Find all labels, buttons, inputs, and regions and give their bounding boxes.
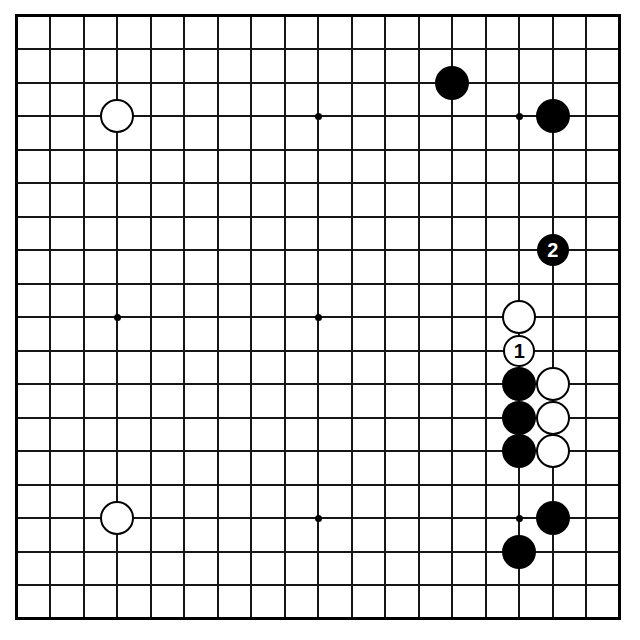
point-J4 xyxy=(268,502,302,536)
point-S19 xyxy=(570,0,604,33)
point-F9 xyxy=(168,334,202,368)
point-O7 xyxy=(436,401,470,435)
point-B4 xyxy=(34,502,68,536)
point-Q4 xyxy=(503,502,537,536)
point-R9 xyxy=(536,334,570,368)
point-D16 xyxy=(101,100,135,134)
point-A7 xyxy=(0,401,34,435)
point-M12 xyxy=(369,234,403,268)
point-B15 xyxy=(34,133,68,167)
point-B6 xyxy=(34,435,68,469)
point-S6 xyxy=(570,435,604,469)
point-K5 xyxy=(302,468,336,502)
point-J13 xyxy=(268,200,302,234)
point-L1 xyxy=(335,602,369,636)
point-C10 xyxy=(67,301,101,335)
point-C4 xyxy=(67,502,101,536)
point-E10 xyxy=(134,301,168,335)
point-F16 xyxy=(168,100,202,134)
point-N17 xyxy=(402,66,436,100)
point-S5 xyxy=(570,468,604,502)
point-N11 xyxy=(402,267,436,301)
point-G5 xyxy=(201,468,235,502)
point-E12 xyxy=(134,234,168,268)
point-T14 xyxy=(603,167,637,201)
point-E15 xyxy=(134,133,168,167)
point-C8 xyxy=(67,368,101,402)
point-S2 xyxy=(570,569,604,603)
point-J8 xyxy=(268,368,302,402)
point-H5 xyxy=(235,468,269,502)
point-E4 xyxy=(134,502,168,536)
point-S1 xyxy=(570,602,604,636)
point-H15 xyxy=(235,133,269,167)
point-G2 xyxy=(201,569,235,603)
point-K6 xyxy=(302,435,336,469)
point-F11 xyxy=(168,267,202,301)
point-B12 xyxy=(34,234,68,268)
point-L17 xyxy=(335,66,369,100)
point-M7 xyxy=(369,401,403,435)
black-stone xyxy=(502,434,536,468)
point-R4 xyxy=(536,502,570,536)
star-point-K4 xyxy=(315,515,322,522)
point-Q15 xyxy=(503,133,537,167)
point-M9 xyxy=(369,334,403,368)
point-O19 xyxy=(436,0,470,33)
point-M16 xyxy=(369,100,403,134)
point-S15 xyxy=(570,133,604,167)
point-R6 xyxy=(536,435,570,469)
point-R18 xyxy=(536,33,570,67)
point-R10 xyxy=(536,301,570,335)
point-L9 xyxy=(335,334,369,368)
point-S16 xyxy=(570,100,604,134)
point-J6 xyxy=(268,435,302,469)
point-D19 xyxy=(101,0,135,33)
point-N9 xyxy=(402,334,436,368)
point-A19 xyxy=(0,0,34,33)
point-T13 xyxy=(603,200,637,234)
point-S12 xyxy=(570,234,604,268)
point-E18 xyxy=(134,33,168,67)
point-L18 xyxy=(335,33,369,67)
point-E13 xyxy=(134,200,168,234)
point-L3 xyxy=(335,535,369,569)
point-C2 xyxy=(67,569,101,603)
point-F18 xyxy=(168,33,202,67)
point-K12 xyxy=(302,234,336,268)
point-F3 xyxy=(168,535,202,569)
point-P16 xyxy=(469,100,503,134)
point-F5 xyxy=(168,468,202,502)
point-T7 xyxy=(603,401,637,435)
point-D9 xyxy=(101,334,135,368)
point-H3 xyxy=(235,535,269,569)
point-N14 xyxy=(402,167,436,201)
point-O4 xyxy=(436,502,470,536)
point-N4 xyxy=(402,502,436,536)
point-L10 xyxy=(335,301,369,335)
point-F10 xyxy=(168,301,202,335)
black-stone xyxy=(536,501,570,535)
point-A6 xyxy=(0,435,34,469)
point-A3 xyxy=(0,535,34,569)
point-B1 xyxy=(34,602,68,636)
point-L12 xyxy=(335,234,369,268)
point-N18 xyxy=(402,33,436,67)
point-P7 xyxy=(469,401,503,435)
point-E3 xyxy=(134,535,168,569)
point-L14 xyxy=(335,167,369,201)
point-J1 xyxy=(268,602,302,636)
point-O5 xyxy=(436,468,470,502)
point-Q13 xyxy=(503,200,537,234)
point-D15 xyxy=(101,133,135,167)
point-E7 xyxy=(134,401,168,435)
point-M11 xyxy=(369,267,403,301)
point-P14 xyxy=(469,167,503,201)
point-P4 xyxy=(469,502,503,536)
point-B9 xyxy=(34,334,68,368)
point-D2 xyxy=(101,569,135,603)
point-L4 xyxy=(335,502,369,536)
point-N2 xyxy=(402,569,436,603)
point-N19 xyxy=(402,0,436,33)
point-J14 xyxy=(268,167,302,201)
point-K9 xyxy=(302,334,336,368)
point-B11 xyxy=(34,267,68,301)
point-P19 xyxy=(469,0,503,33)
point-O17 xyxy=(436,66,470,100)
point-Q2 xyxy=(503,569,537,603)
point-C1 xyxy=(67,602,101,636)
point-D14 xyxy=(101,167,135,201)
point-O13 xyxy=(436,200,470,234)
point-F14 xyxy=(168,167,202,201)
point-R5 xyxy=(536,468,570,502)
point-Q12 xyxy=(503,234,537,268)
point-D8 xyxy=(101,368,135,402)
point-A9 xyxy=(0,334,34,368)
point-M1 xyxy=(369,602,403,636)
point-R17 xyxy=(536,66,570,100)
point-O3 xyxy=(436,535,470,569)
point-C14 xyxy=(67,167,101,201)
point-B7 xyxy=(34,401,68,435)
point-N6 xyxy=(402,435,436,469)
black-stone xyxy=(536,99,570,133)
black-stone xyxy=(502,535,536,569)
point-M5 xyxy=(369,468,403,502)
point-E16 xyxy=(134,100,168,134)
point-G4 xyxy=(201,502,235,536)
point-G15 xyxy=(201,133,235,167)
point-T19 xyxy=(603,0,637,33)
point-N5 xyxy=(402,468,436,502)
point-B17 xyxy=(34,66,68,100)
point-K13 xyxy=(302,200,336,234)
point-K3 xyxy=(302,535,336,569)
point-F1 xyxy=(168,602,202,636)
point-O1 xyxy=(436,602,470,636)
point-T1 xyxy=(603,602,637,636)
black-stone xyxy=(502,401,536,435)
point-C13 xyxy=(67,200,101,234)
point-F19 xyxy=(168,0,202,33)
point-S3 xyxy=(570,535,604,569)
point-G11 xyxy=(201,267,235,301)
point-H7 xyxy=(235,401,269,435)
point-M18 xyxy=(369,33,403,67)
point-R12: 2 xyxy=(536,234,570,268)
point-Q19 xyxy=(503,0,537,33)
point-P15 xyxy=(469,133,503,167)
point-C17 xyxy=(67,66,101,100)
point-H14 xyxy=(235,167,269,201)
point-C6 xyxy=(67,435,101,469)
point-S11 xyxy=(570,267,604,301)
point-O14 xyxy=(436,167,470,201)
point-G3 xyxy=(201,535,235,569)
point-M15 xyxy=(369,133,403,167)
point-J3 xyxy=(268,535,302,569)
point-S9 xyxy=(570,334,604,368)
point-B3 xyxy=(34,535,68,569)
point-T17 xyxy=(603,66,637,100)
go-diagram: 21 xyxy=(0,0,640,640)
point-E19 xyxy=(134,0,168,33)
point-S13 xyxy=(570,200,604,234)
point-K15 xyxy=(302,133,336,167)
point-A12 xyxy=(0,234,34,268)
point-A10 xyxy=(0,301,34,335)
point-L2 xyxy=(335,569,369,603)
point-Q18 xyxy=(503,33,537,67)
point-R13 xyxy=(536,200,570,234)
point-K2 xyxy=(302,569,336,603)
point-M2 xyxy=(369,569,403,603)
point-J18 xyxy=(268,33,302,67)
point-K11 xyxy=(302,267,336,301)
point-A14 xyxy=(0,167,34,201)
point-B14 xyxy=(34,167,68,201)
point-O16 xyxy=(436,100,470,134)
point-O8 xyxy=(436,368,470,402)
star-point-K10 xyxy=(315,314,322,321)
point-G18 xyxy=(201,33,235,67)
point-L13 xyxy=(335,200,369,234)
point-T12 xyxy=(603,234,637,268)
point-G6 xyxy=(201,435,235,469)
point-H4 xyxy=(235,502,269,536)
point-P1 xyxy=(469,602,503,636)
point-N15 xyxy=(402,133,436,167)
point-B10 xyxy=(34,301,68,335)
point-A8 xyxy=(0,368,34,402)
point-Q6 xyxy=(503,435,537,469)
point-P18 xyxy=(469,33,503,67)
point-B13 xyxy=(34,200,68,234)
point-N1 xyxy=(402,602,436,636)
white-stone xyxy=(100,99,134,133)
point-L7 xyxy=(335,401,369,435)
point-F7 xyxy=(168,401,202,435)
point-E9 xyxy=(134,334,168,368)
point-H17 xyxy=(235,66,269,100)
point-R14 xyxy=(536,167,570,201)
point-M6 xyxy=(369,435,403,469)
point-G10 xyxy=(201,301,235,335)
black-stone-move-2: 2 xyxy=(537,234,569,266)
point-J15 xyxy=(268,133,302,167)
point-M8 xyxy=(369,368,403,402)
point-C5 xyxy=(67,468,101,502)
point-P12 xyxy=(469,234,503,268)
point-E14 xyxy=(134,167,168,201)
point-A15 xyxy=(0,133,34,167)
point-J11 xyxy=(268,267,302,301)
point-A11 xyxy=(0,267,34,301)
point-H18 xyxy=(235,33,269,67)
white-stone xyxy=(536,434,570,468)
point-H2 xyxy=(235,569,269,603)
point-F4 xyxy=(168,502,202,536)
point-D17 xyxy=(101,66,135,100)
point-Q10 xyxy=(503,301,537,335)
point-G1 xyxy=(201,602,235,636)
star-point-Q16 xyxy=(516,113,523,120)
point-O2 xyxy=(436,569,470,603)
point-L6 xyxy=(335,435,369,469)
point-F12 xyxy=(168,234,202,268)
point-K17 xyxy=(302,66,336,100)
point-H12 xyxy=(235,234,269,268)
point-H13 xyxy=(235,200,269,234)
white-stone-move-1: 1 xyxy=(503,335,535,367)
point-L5 xyxy=(335,468,369,502)
point-A5 xyxy=(0,468,34,502)
point-S7 xyxy=(570,401,604,435)
point-L11 xyxy=(335,267,369,301)
point-C18 xyxy=(67,33,101,67)
point-M17 xyxy=(369,66,403,100)
point-F8 xyxy=(168,368,202,402)
point-K8 xyxy=(302,368,336,402)
point-M13 xyxy=(369,200,403,234)
point-O12 xyxy=(436,234,470,268)
point-N3 xyxy=(402,535,436,569)
point-K18 xyxy=(302,33,336,67)
star-point-Q4 xyxy=(516,515,523,522)
point-T4 xyxy=(603,502,637,536)
point-N7 xyxy=(402,401,436,435)
point-O10 xyxy=(436,301,470,335)
point-C19 xyxy=(67,0,101,33)
point-L19 xyxy=(335,0,369,33)
point-C16 xyxy=(67,100,101,134)
point-K16 xyxy=(302,100,336,134)
point-C11 xyxy=(67,267,101,301)
point-Q7 xyxy=(503,401,537,435)
point-K19 xyxy=(302,0,336,33)
point-S18 xyxy=(570,33,604,67)
point-A13 xyxy=(0,200,34,234)
point-F2 xyxy=(168,569,202,603)
point-O18 xyxy=(436,33,470,67)
point-A1 xyxy=(0,602,34,636)
point-H16 xyxy=(235,100,269,134)
point-F13 xyxy=(168,200,202,234)
point-G12 xyxy=(201,234,235,268)
point-B2 xyxy=(34,569,68,603)
point-S4 xyxy=(570,502,604,536)
point-H19 xyxy=(235,0,269,33)
point-O11 xyxy=(436,267,470,301)
point-R1 xyxy=(536,602,570,636)
point-E2 xyxy=(134,569,168,603)
point-C3 xyxy=(67,535,101,569)
point-T16 xyxy=(603,100,637,134)
point-R8 xyxy=(536,368,570,402)
point-G7 xyxy=(201,401,235,435)
point-P9 xyxy=(469,334,503,368)
point-D11 xyxy=(101,267,135,301)
point-T5 xyxy=(603,468,637,502)
black-stone xyxy=(435,66,469,100)
point-B19 xyxy=(34,0,68,33)
point-S10 xyxy=(570,301,604,335)
point-E1 xyxy=(134,602,168,636)
point-M19 xyxy=(369,0,403,33)
point-M3 xyxy=(369,535,403,569)
point-Q14 xyxy=(503,167,537,201)
point-J7 xyxy=(268,401,302,435)
point-E8 xyxy=(134,368,168,402)
point-L15 xyxy=(335,133,369,167)
point-Q5 xyxy=(503,468,537,502)
point-M10 xyxy=(369,301,403,335)
point-A2 xyxy=(0,569,34,603)
point-R3 xyxy=(536,535,570,569)
point-N12 xyxy=(402,234,436,268)
point-R7 xyxy=(536,401,570,435)
point-C12 xyxy=(67,234,101,268)
point-E11 xyxy=(134,267,168,301)
point-L8 xyxy=(335,368,369,402)
point-O6 xyxy=(436,435,470,469)
point-N10 xyxy=(402,301,436,335)
point-P3 xyxy=(469,535,503,569)
point-E17 xyxy=(134,66,168,100)
point-B18 xyxy=(34,33,68,67)
point-A17 xyxy=(0,66,34,100)
white-stone xyxy=(100,501,134,535)
point-T11 xyxy=(603,267,637,301)
point-G13 xyxy=(201,200,235,234)
point-B5 xyxy=(34,468,68,502)
point-J9 xyxy=(268,334,302,368)
point-Q3 xyxy=(503,535,537,569)
point-J5 xyxy=(268,468,302,502)
point-G17 xyxy=(201,66,235,100)
white-stone xyxy=(502,300,536,334)
point-A4 xyxy=(0,502,34,536)
point-J16 xyxy=(268,100,302,134)
point-T2 xyxy=(603,569,637,603)
point-G16 xyxy=(201,100,235,134)
point-H9 xyxy=(235,334,269,368)
